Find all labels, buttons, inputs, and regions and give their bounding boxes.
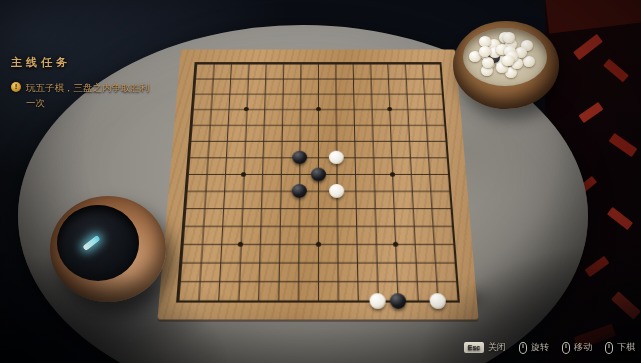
star-point xyxy=(316,107,321,111)
hint-move[interactable]: 移动 xyxy=(562,341,592,354)
white-stone[interactable] xyxy=(329,184,344,198)
white-stone[interactable] xyxy=(429,293,446,309)
quest-title: 主线任务 xyxy=(11,55,196,70)
board-grid[interactable] xyxy=(176,62,460,302)
white-stone[interactable] xyxy=(329,151,344,164)
hint-close-label: 关闭 xyxy=(488,341,506,354)
white-pebble xyxy=(502,55,514,66)
gomoku-board[interactable] xyxy=(157,50,478,320)
star-point xyxy=(387,107,392,111)
white-pebble xyxy=(523,56,535,67)
hotkey-hints: Esc 关闭 旋转 移动 下棋 xyxy=(464,341,635,354)
quest-marker-icon: ! xyxy=(11,82,21,92)
board-wood xyxy=(157,50,478,320)
white-stones-bowl[interactable] xyxy=(453,21,559,109)
star-point xyxy=(241,172,246,177)
star-point xyxy=(393,242,398,247)
black-stones-bowl[interactable] xyxy=(50,196,166,302)
quest-objective-line2: 一次 xyxy=(26,96,150,111)
white-stone[interactable] xyxy=(370,293,387,309)
game-screen: 主线任务 ! 玩五子棋，三盘之内争取胜利 一次 Esc 关闭 旋转 移动 下棋 xyxy=(0,0,641,363)
quest-objective-row: ! 玩五子棋，三盘之内争取胜利 一次 xyxy=(11,81,196,110)
hint-place-stone-label: 下棋 xyxy=(617,341,635,354)
hint-move-label: 移动 xyxy=(574,341,592,354)
white-pebble xyxy=(482,57,494,68)
black-stones-pile xyxy=(57,205,139,281)
mouse-icon xyxy=(605,342,613,354)
hint-close[interactable]: Esc 关闭 xyxy=(464,341,506,354)
black-stone[interactable] xyxy=(292,151,307,164)
hint-place-stone[interactable]: 下棋 xyxy=(605,341,635,354)
black-stone[interactable] xyxy=(310,167,325,181)
hint-rotate[interactable]: 旋转 xyxy=(519,341,549,354)
quest-objective-line1: 玩五子棋，三盘之内争取胜利 xyxy=(26,82,150,93)
star-point xyxy=(238,242,243,247)
hint-rotate-label: 旋转 xyxy=(531,341,549,354)
esc-key-icon: Esc xyxy=(464,342,484,353)
black-stone[interactable] xyxy=(292,184,307,198)
quest-objective: 玩五子棋，三盘之内争取胜利 一次 xyxy=(26,81,150,110)
black-stone[interactable] xyxy=(389,293,406,309)
star-point xyxy=(244,107,249,111)
quest-panel: 主线任务 ! 玩五子棋，三盘之内争取胜利 一次 xyxy=(11,55,196,110)
star-point xyxy=(390,172,395,177)
mouse-icon xyxy=(562,342,570,354)
mouse-icon xyxy=(519,342,527,354)
star-point xyxy=(315,242,320,247)
white-stones-pile xyxy=(463,28,547,86)
